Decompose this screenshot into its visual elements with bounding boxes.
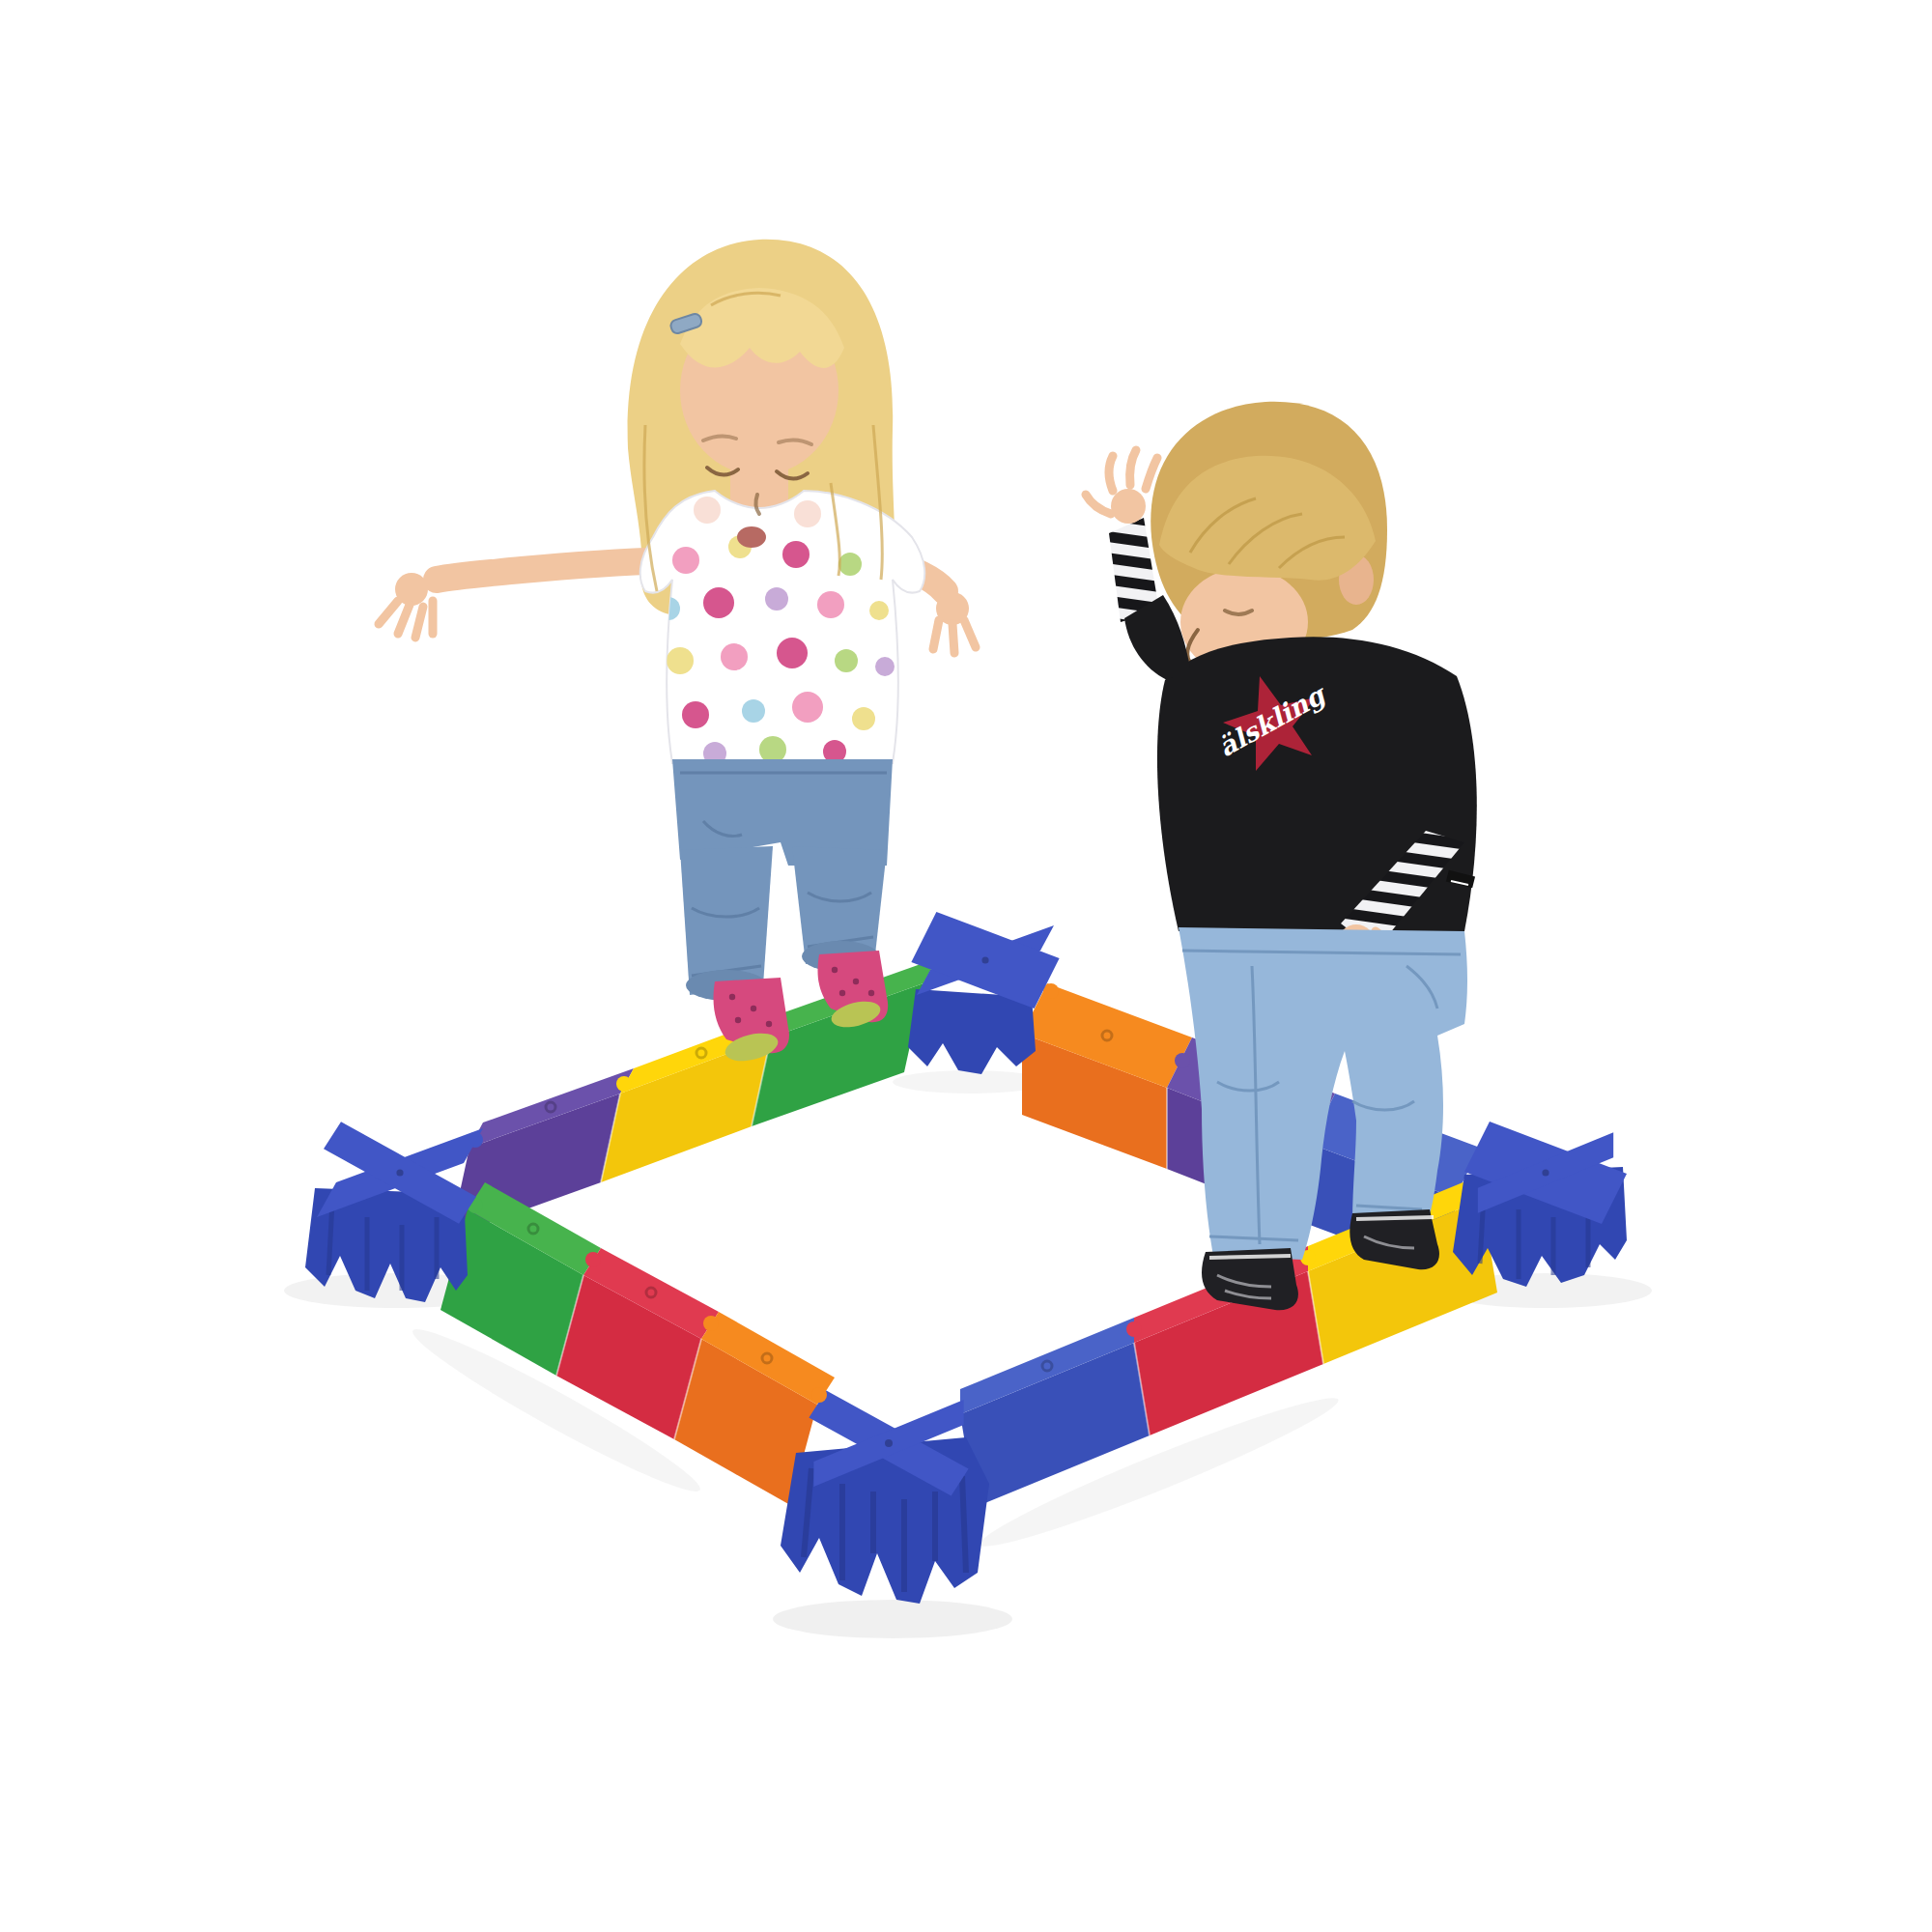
puzzle-tab <box>585 1252 601 1267</box>
puzzle-tab <box>616 1076 632 1092</box>
corner-bottom-skirt <box>781 1437 989 1604</box>
puzzle-tab <box>1043 983 1059 999</box>
girl-hand-right <box>933 592 976 653</box>
boy-hand-raised <box>1086 450 1157 524</box>
boy-figure: älskling <box>1086 402 1477 1310</box>
product-photo: älskling <box>0 0 1932 1932</box>
puzzle-tab <box>1126 1321 1142 1337</box>
puzzle-tab <box>811 1387 827 1403</box>
girl-mouth <box>737 526 766 548</box>
girl-hand-left <box>379 573 433 638</box>
puzzle-tab <box>703 1316 719 1331</box>
scene-canvas: älskling <box>0 0 1932 1932</box>
puzzle-tab <box>1175 1053 1190 1068</box>
corner-block-right <box>1453 1122 1627 1287</box>
girl-figure <box>379 240 976 1066</box>
boy-tee <box>1157 637 1477 931</box>
corner-top-skirt <box>908 989 1036 1074</box>
